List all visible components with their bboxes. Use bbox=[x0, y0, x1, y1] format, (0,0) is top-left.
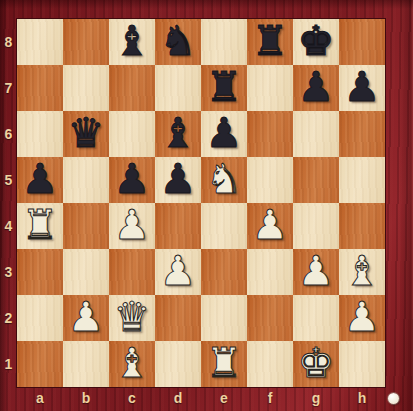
square-g7[interactable]: ♟ bbox=[293, 65, 339, 111]
square-a8[interactable] bbox=[17, 19, 63, 65]
square-d8[interactable]: ♞ bbox=[155, 19, 201, 65]
file-label-a: a bbox=[17, 387, 63, 411]
square-d4[interactable] bbox=[155, 203, 201, 249]
square-c1[interactable]: ♝ bbox=[109, 341, 155, 387]
square-b3[interactable] bbox=[63, 249, 109, 295]
piece-black-pawn[interactable]: ♟ bbox=[298, 64, 335, 110]
square-g4[interactable] bbox=[293, 203, 339, 249]
square-f8[interactable]: ♜ bbox=[247, 19, 293, 65]
square-g3[interactable]: ♟ bbox=[293, 249, 339, 295]
square-d2[interactable] bbox=[155, 295, 201, 341]
square-f7[interactable] bbox=[247, 65, 293, 111]
rank-label-3: 3 bbox=[0, 249, 17, 295]
piece-white-knight[interactable]: ♞ bbox=[206, 156, 243, 202]
file-label-f: f bbox=[247, 387, 293, 411]
piece-white-pawn[interactable]: ♟ bbox=[298, 248, 335, 294]
file-label-b: b bbox=[63, 387, 109, 411]
piece-white-rook[interactable]: ♜ bbox=[22, 202, 59, 248]
square-c7[interactable] bbox=[109, 65, 155, 111]
piece-white-pawn[interactable]: ♟ bbox=[160, 248, 197, 294]
piece-black-bishop[interactable]: ♝ bbox=[114, 18, 151, 64]
piece-white-king[interactable]: ♚ bbox=[298, 340, 335, 386]
square-c8[interactable]: ♝ bbox=[109, 19, 155, 65]
rank-label-7: 7 bbox=[0, 65, 17, 111]
piece-black-bishop[interactable]: ♝ bbox=[160, 110, 197, 156]
piece-white-pawn[interactable]: ♟ bbox=[114, 202, 151, 248]
square-b5[interactable] bbox=[63, 157, 109, 203]
piece-black-pawn[interactable]: ♟ bbox=[160, 156, 197, 202]
square-c4[interactable]: ♟ bbox=[109, 203, 155, 249]
piece-white-pawn[interactable]: ♟ bbox=[68, 294, 105, 340]
square-g8[interactable]: ♚ bbox=[293, 19, 339, 65]
piece-white-pawn[interactable]: ♟ bbox=[252, 202, 289, 248]
square-h4[interactable] bbox=[339, 203, 385, 249]
square-g6[interactable] bbox=[293, 111, 339, 157]
rank-label-1: 1 bbox=[0, 341, 17, 387]
square-b7[interactable] bbox=[63, 65, 109, 111]
piece-black-king[interactable]: ♚ bbox=[298, 18, 335, 64]
piece-black-rook[interactable]: ♜ bbox=[252, 18, 289, 64]
square-e4[interactable] bbox=[201, 203, 247, 249]
square-f1[interactable] bbox=[247, 341, 293, 387]
square-e2[interactable] bbox=[201, 295, 247, 341]
square-c5[interactable]: ♟ bbox=[109, 157, 155, 203]
square-d1[interactable] bbox=[155, 341, 201, 387]
square-e3[interactable] bbox=[201, 249, 247, 295]
square-h3[interactable]: ♝ bbox=[339, 249, 385, 295]
square-d5[interactable]: ♟ bbox=[155, 157, 201, 203]
square-g2[interactable] bbox=[293, 295, 339, 341]
square-a2[interactable] bbox=[17, 295, 63, 341]
square-b6[interactable]: ♛ bbox=[63, 111, 109, 157]
file-label-e: e bbox=[201, 387, 247, 411]
square-d6[interactable]: ♝ bbox=[155, 111, 201, 157]
chessboard-frame: ♝♞♜♚♜♟♟♛♝♟♟♟♟♞♜♟♟♟♟♝♟♛♟♝♜♚ 87654321 abcd… bbox=[0, 0, 413, 411]
rank-label-4: 4 bbox=[0, 203, 17, 249]
square-b2[interactable]: ♟ bbox=[63, 295, 109, 341]
chessboard: ♝♞♜♚♜♟♟♛♝♟♟♟♟♞♜♟♟♟♟♝♟♛♟♝♜♚ bbox=[17, 19, 385, 387]
square-f2[interactable] bbox=[247, 295, 293, 341]
piece-black-pawn[interactable]: ♟ bbox=[344, 64, 381, 110]
square-e1[interactable]: ♜ bbox=[201, 341, 247, 387]
square-h5[interactable] bbox=[339, 157, 385, 203]
piece-black-knight[interactable]: ♞ bbox=[160, 18, 197, 64]
piece-black-pawn[interactable]: ♟ bbox=[22, 156, 59, 202]
rank-label-2: 2 bbox=[0, 295, 17, 341]
square-a3[interactable] bbox=[17, 249, 63, 295]
square-h8[interactable] bbox=[339, 19, 385, 65]
square-a5[interactable]: ♟ bbox=[17, 157, 63, 203]
square-f6[interactable] bbox=[247, 111, 293, 157]
square-a6[interactable] bbox=[17, 111, 63, 157]
piece-black-pawn[interactable]: ♟ bbox=[206, 110, 243, 156]
file-label-d: d bbox=[155, 387, 201, 411]
piece-white-pawn[interactable]: ♟ bbox=[344, 294, 381, 340]
square-g1[interactable]: ♚ bbox=[293, 341, 339, 387]
square-b4[interactable] bbox=[63, 203, 109, 249]
square-b8[interactable] bbox=[63, 19, 109, 65]
square-a7[interactable] bbox=[17, 65, 63, 111]
piece-black-queen[interactable]: ♛ bbox=[68, 110, 105, 156]
square-c2[interactable]: ♛ bbox=[109, 295, 155, 341]
piece-white-rook[interactable]: ♜ bbox=[206, 340, 243, 386]
square-c3[interactable] bbox=[109, 249, 155, 295]
square-e5[interactable]: ♞ bbox=[201, 157, 247, 203]
square-e6[interactable]: ♟ bbox=[201, 111, 247, 157]
white-to-move-indicator bbox=[388, 393, 399, 404]
square-a4[interactable]: ♜ bbox=[17, 203, 63, 249]
square-d3[interactable]: ♟ bbox=[155, 249, 201, 295]
square-f3[interactable] bbox=[247, 249, 293, 295]
square-d7[interactable] bbox=[155, 65, 201, 111]
square-h6[interactable] bbox=[339, 111, 385, 157]
square-a1[interactable] bbox=[17, 341, 63, 387]
rank-label-5: 5 bbox=[0, 157, 17, 203]
square-c6[interactable] bbox=[109, 111, 155, 157]
file-label-g: g bbox=[293, 387, 339, 411]
square-g5[interactable] bbox=[293, 157, 339, 203]
file-label-h: h bbox=[339, 387, 385, 411]
piece-white-bishop[interactable]: ♝ bbox=[114, 340, 151, 386]
piece-black-rook[interactable]: ♜ bbox=[206, 64, 243, 110]
square-e8[interactable] bbox=[201, 19, 247, 65]
square-b1[interactable] bbox=[63, 341, 109, 387]
square-h7[interactable]: ♟ bbox=[339, 65, 385, 111]
square-f4[interactable]: ♟ bbox=[247, 203, 293, 249]
square-e7[interactable]: ♜ bbox=[201, 65, 247, 111]
file-label-c: c bbox=[109, 387, 155, 411]
square-h2[interactable]: ♟ bbox=[339, 295, 385, 341]
rank-label-6: 6 bbox=[0, 111, 17, 157]
piece-black-pawn[interactable]: ♟ bbox=[114, 156, 151, 202]
piece-white-bishop[interactable]: ♝ bbox=[344, 248, 381, 294]
piece-white-queen[interactable]: ♛ bbox=[114, 294, 151, 340]
rank-label-8: 8 bbox=[0, 19, 17, 65]
square-f5[interactable] bbox=[247, 157, 293, 203]
square-h1[interactable] bbox=[339, 341, 385, 387]
file-labels: abcdefgh bbox=[17, 387, 385, 411]
rank-labels: 87654321 bbox=[0, 19, 17, 387]
